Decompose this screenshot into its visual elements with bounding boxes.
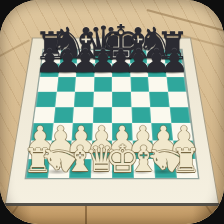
chess-app-icon: ♜♞♝♛♚♝♞♜♟♟♟♟♟♟♟♟♟♟♟♟♟♟♟♟♜♞♝♛♚♝♞♜ [0,0,224,224]
table-front-shading [0,206,224,224]
square-a5[interactable] [36,91,57,106]
square-b5[interactable] [55,91,75,106]
square-e5[interactable] [112,91,131,106]
table-front-seam [85,206,87,224]
square-c5[interactable] [74,91,94,106]
square-f5[interactable] [131,91,151,106]
piece-black-pawn-h7[interactable]: ♟ [160,45,189,77]
square-d5[interactable] [93,91,112,106]
square-g5[interactable] [149,91,169,106]
table-front [0,206,224,224]
square-h5[interactable] [168,91,189,106]
piece-white-rook-h1[interactable]: ♜ [171,144,201,177]
